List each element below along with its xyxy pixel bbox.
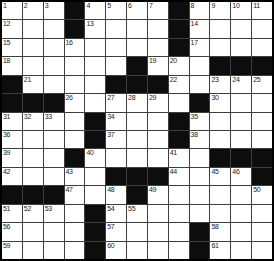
cell-r13c13[interactable] [252,223,272,240]
block-r4c13 [252,57,272,74]
clue-number: 59 [3,242,10,250]
cell-r1c12[interactable]: 10 [231,2,251,19]
cell-r3c7[interactable] [127,39,147,56]
block-r12c5 [85,205,105,222]
block-r10c7 [127,168,147,185]
cell-r2c3[interactable] [44,20,64,37]
cell-r13c7[interactable] [127,223,147,240]
cell-r5c11[interactable]: 23 [210,76,230,93]
cell-r6c13[interactable] [252,94,272,111]
clue-number: 26 [66,94,73,102]
cell-r8c12[interactable] [231,131,251,148]
clue-number: 40 [86,149,93,157]
cell-r1c5[interactable]: 4 [85,2,105,19]
cell-r8c8[interactable] [148,131,168,148]
block-r9c11 [210,149,230,166]
cell-r7c1[interactable]: 31 [2,113,22,130]
cell-r13c11[interactable]: 58 [210,223,230,240]
cell-r4c10[interactable] [190,57,210,74]
block-r9c13 [252,149,272,166]
cell-r8c6[interactable]: 37 [106,131,126,148]
clue-number: 51 [3,205,10,213]
cell-r10c9[interactable]: 44 [169,168,189,185]
cell-r14c4[interactable] [65,242,85,259]
cell-r12c3[interactable]: 53 [44,205,64,222]
cell-r3c5[interactable] [85,39,105,56]
cell-r3c4[interactable]: 16 [65,39,85,56]
cell-r1c3[interactable]: 3 [44,2,64,19]
cell-r4c3[interactable] [44,57,64,74]
block-r7c5 [85,113,105,130]
cell-r2c11[interactable] [210,20,230,37]
cell-r1c2[interactable]: 2 [23,2,43,19]
block-r5c6 [106,76,126,93]
cell-r13c1[interactable]: 56 [2,223,22,240]
cell-r7c7[interactable] [127,113,147,130]
block-r6c2 [23,94,43,111]
cell-r12c8[interactable] [148,205,168,222]
cell-r14c8[interactable] [148,242,168,259]
cell-r9c7[interactable] [127,149,147,166]
cell-r4c2[interactable] [23,57,43,74]
cell-r9c9[interactable]: 41 [169,149,189,166]
block-r13c10 [190,223,210,240]
cell-r9c1[interactable]: 39 [2,149,22,166]
cell-r2c8[interactable] [148,20,168,37]
cell-r2c13[interactable] [252,20,272,37]
clue-number: 32 [24,113,31,121]
cell-r11c11[interactable] [210,186,230,203]
cell-r3c12[interactable] [231,39,251,56]
cell-r10c10[interactable] [190,168,210,185]
clue-number: 30 [211,94,218,102]
cell-r1c6[interactable]: 5 [106,2,126,19]
cell-r1c13[interactable]: 11 [252,2,272,19]
cell-r6c4[interactable]: 26 [65,94,85,111]
cell-r8c10[interactable]: 38 [190,131,210,148]
cell-r2c10[interactable]: 14 [190,20,210,37]
block-r10c8 [148,168,168,185]
block-r8c9 [169,131,189,148]
cell-r10c3[interactable] [44,168,64,185]
clue-number: 33 [45,113,52,121]
clue-number: 54 [107,205,114,213]
cell-r6c9[interactable] [169,94,189,111]
cell-r1c1[interactable]: 1 [2,2,22,19]
cell-r11c6[interactable]: 48 [106,186,126,203]
cell-r8c13[interactable] [252,131,272,148]
cell-r10c12[interactable]: 46 [231,168,251,185]
cell-r5c9[interactable]: 22 [169,76,189,93]
clue-number: 61 [211,242,218,250]
cell-r11c13[interactable]: 50 [252,186,272,203]
block-r4c11 [210,57,230,74]
cell-r6c12[interactable] [231,94,251,111]
clue-number: 7 [149,2,153,10]
cell-r7c3[interactable]: 33 [44,113,64,130]
cell-r2c6[interactable] [106,20,126,37]
clue-number: 52 [24,205,31,213]
cell-r11c10[interactable] [190,186,210,203]
cell-r4c1[interactable]: 18 [2,57,22,74]
clue-number: 41 [170,149,177,157]
block-r1c9 [169,2,189,19]
block-r3c9 [169,39,189,56]
cell-r8c7[interactable] [127,131,147,148]
clue-number: 2 [24,2,28,10]
cell-r10c2[interactable] [23,168,43,185]
cell-r6c5[interactable] [85,94,105,111]
cell-r8c1[interactable]: 36 [2,131,22,148]
cell-r13c6[interactable]: 57 [106,223,126,240]
block-r11c2 [23,186,43,203]
cell-r3c10[interactable]: 17 [190,39,210,56]
cell-r3c6[interactable] [106,39,126,56]
clue-number: 36 [3,131,10,139]
cell-r13c12[interactable] [231,223,251,240]
clue-number: 20 [170,57,177,65]
block-r6c3 [44,94,64,111]
cell-r4c8[interactable]: 19 [148,57,168,74]
clue-number: 44 [170,168,177,176]
cell-r12c2[interactable]: 52 [23,205,43,222]
clue-number: 57 [107,223,114,231]
cell-r5c5[interactable] [85,76,105,93]
block-r8c5 [85,131,105,148]
block-r6c1 [2,94,22,111]
cell-r3c2[interactable] [23,39,43,56]
cell-r13c4[interactable] [65,223,85,240]
cell-r3c8[interactable] [148,39,168,56]
clue-number: 46 [232,168,239,176]
cell-r6c6[interactable]: 27 [106,94,126,111]
cell-r1c7[interactable]: 6 [127,2,147,19]
clue-number: 12 [3,20,10,28]
block-r5c1 [2,76,22,93]
clue-number: 29 [149,94,156,102]
block-r6c10 [190,94,210,111]
block-r5c8 [148,76,168,93]
cell-r7c8[interactable] [148,113,168,130]
cell-r14c3[interactable] [44,242,64,259]
cell-r5c3[interactable] [44,76,64,93]
clue-number: 11 [253,2,260,10]
cell-r4c9[interactable]: 20 [169,57,189,74]
cell-r2c12[interactable] [231,20,251,37]
block-r9c12 [231,149,251,166]
clue-number: 25 [253,76,260,84]
block-r10c13 [252,168,272,185]
cell-r3c3[interactable] [44,39,64,56]
clue-number: 35 [191,113,198,121]
clue-number: 38 [191,131,198,139]
block-r2c4 [65,20,85,37]
clue-number: 13 [86,20,93,28]
cell-r1c11[interactable]: 9 [210,2,230,19]
cell-r10c5[interactable] [85,168,105,185]
block-r7c9 [169,113,189,130]
cell-r4c4[interactable] [65,57,85,74]
cell-r9c5[interactable]: 40 [85,149,105,166]
clue-number: 5 [107,2,111,10]
cell-r10c4[interactable]: 43 [65,168,85,185]
cell-r7c11[interactable] [210,113,230,130]
clue-number: 34 [107,113,114,121]
clue-number: 60 [107,242,114,250]
cell-r12c13[interactable] [252,205,272,222]
cell-r14c7[interactable] [127,242,147,259]
clue-number: 4 [86,2,90,10]
clue-number: 55 [128,205,135,213]
cell-r3c1[interactable]: 15 [2,39,22,56]
clue-number: 27 [107,94,114,102]
cell-r11c4[interactable]: 47 [65,186,85,203]
block-r4c7 [127,57,147,74]
crossword-grid: 1234567891011121314151617181920212223242… [0,0,274,261]
block-r11c7 [127,186,147,203]
clue-number: 47 [66,186,73,194]
cell-r5c4[interactable] [65,76,85,93]
cell-r6c7[interactable]: 28 [127,94,147,111]
cell-r10c1[interactable]: 42 [2,168,22,185]
clue-number: 48 [107,186,114,194]
cell-r2c2[interactable] [23,20,43,37]
clue-number: 16 [66,39,73,47]
cell-r12c10[interactable] [190,205,210,222]
clue-number: 53 [45,205,52,213]
cell-r9c10[interactable] [190,149,210,166]
cell-r3c11[interactable] [210,39,230,56]
cell-r12c6[interactable]: 54 [106,205,126,222]
cell-r14c9[interactable] [169,242,189,259]
cell-r9c3[interactable] [44,149,64,166]
cell-r4c6[interactable] [106,57,126,74]
cell-r12c11[interactable] [210,205,230,222]
clue-number: 8 [191,2,195,10]
clue-number: 23 [211,76,218,84]
cell-r1c10[interactable]: 8 [190,2,210,19]
block-r13c5 [85,223,105,240]
block-r4c12 [231,57,251,74]
block-r5c7 [127,76,147,93]
clue-number: 49 [149,186,156,194]
clue-number: 3 [45,2,49,10]
clue-number: 14 [191,20,198,28]
clue-number: 28 [128,94,135,102]
cell-r9c2[interactable] [23,149,43,166]
clue-number: 45 [211,168,218,176]
cell-r7c13[interactable] [252,113,272,130]
cell-r5c10[interactable] [190,76,210,93]
cell-r5c13[interactable]: 25 [252,76,272,93]
cell-r12c1[interactable]: 51 [2,205,22,222]
clue-number: 6 [128,2,132,10]
clue-number: 9 [211,2,215,10]
cell-r4c5[interactable] [85,57,105,74]
block-r11c3 [44,186,64,203]
clue-number: 43 [66,168,73,176]
cell-r8c4[interactable] [65,131,85,148]
clue-number: 1 [3,2,7,10]
block-r14c10 [190,242,210,259]
cell-r12c9[interactable] [169,205,189,222]
block-r1c4 [65,2,85,19]
cell-r12c4[interactable] [65,205,85,222]
cell-r14c12[interactable] [231,242,251,259]
cell-r11c12[interactable] [231,186,251,203]
cell-r13c8[interactable] [148,223,168,240]
cell-r2c5[interactable]: 13 [85,20,105,37]
clue-number: 17 [191,39,198,47]
cell-r10c11[interactable]: 45 [210,168,230,185]
cell-r7c4[interactable] [65,113,85,130]
cell-r7c12[interactable] [231,113,251,130]
clue-number: 22 [170,76,177,84]
cell-r14c2[interactable] [23,242,43,259]
cell-r14c6[interactable]: 60 [106,242,126,259]
cell-r8c11[interactable] [210,131,230,148]
cell-r11c9[interactable] [169,186,189,203]
clue-number: 24 [232,76,239,84]
clue-number: 56 [3,223,10,231]
cell-r7c6[interactable]: 34 [106,113,126,130]
block-r9c4 [65,149,85,166]
block-r2c9 [169,20,189,37]
cell-r13c9[interactable] [169,223,189,240]
cell-r9c8[interactable] [148,149,168,166]
clue-number: 19 [149,57,156,65]
cell-r6c11[interactable]: 30 [210,94,230,111]
clue-number: 15 [3,39,10,47]
cell-r7c10[interactable]: 35 [190,113,210,130]
cell-r14c13[interactable] [252,242,272,259]
cell-r13c3[interactable] [44,223,64,240]
cell-r3c13[interactable] [252,39,272,56]
cell-r12c7[interactable]: 55 [127,205,147,222]
block-r14c5 [85,242,105,259]
block-r10c6 [106,168,126,185]
cell-r11c5[interactable] [85,186,105,203]
clue-number: 31 [3,113,10,121]
cell-r1c8[interactable]: 7 [148,2,168,19]
clue-number: 42 [3,168,10,176]
cell-r7c2[interactable]: 32 [23,113,43,130]
cell-r5c12[interactable]: 24 [231,76,251,93]
clue-number: 21 [24,76,31,84]
cell-r14c11[interactable]: 61 [210,242,230,259]
cell-r11c8[interactable]: 49 [148,186,168,203]
cell-r13c2[interactable] [23,223,43,240]
cell-r8c3[interactable] [44,131,64,148]
cell-r14c1[interactable]: 59 [2,242,22,259]
cell-r9c6[interactable] [106,149,126,166]
cell-r2c1[interactable]: 12 [2,20,22,37]
clue-number: 10 [232,2,239,10]
cell-r5c2[interactable]: 21 [23,76,43,93]
cell-r12c12[interactable] [231,205,251,222]
clue-number: 58 [211,223,218,231]
cell-r2c7[interactable] [127,20,147,37]
cell-r8c2[interactable] [23,131,43,148]
clue-number: 18 [3,57,10,65]
block-r11c1 [2,186,22,203]
clue-number: 37 [107,131,114,139]
cell-r6c8[interactable]: 29 [148,94,168,111]
clue-number: 39 [3,149,10,157]
clue-number: 50 [253,186,260,194]
